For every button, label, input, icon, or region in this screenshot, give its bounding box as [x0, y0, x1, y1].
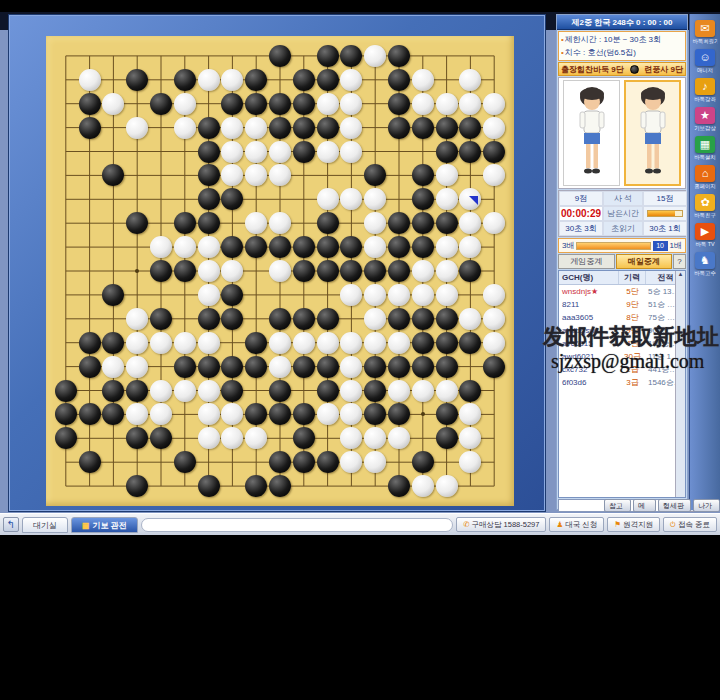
- white-stone: [245, 117, 267, 139]
- black-stone: [198, 141, 220, 163]
- black-stone: [79, 93, 101, 115]
- strip-icon: ♞: [695, 252, 715, 269]
- black-stone: [150, 308, 172, 330]
- black-stone: [150, 260, 172, 282]
- white-stone: [174, 380, 196, 402]
- speed-slider[interactable]: [576, 242, 650, 250]
- black-stone: [388, 117, 410, 139]
- black-stone: [79, 451, 101, 473]
- strip-icon-label: 바둑설치: [692, 153, 717, 160]
- black-stone: [412, 356, 434, 378]
- white-stone: [388, 332, 410, 354]
- black-stone: [269, 45, 291, 67]
- black-stone: [459, 117, 481, 139]
- last-move-marker-icon: [469, 196, 478, 205]
- black-stone: [412, 308, 434, 330]
- strip-icon: ▦: [695, 136, 715, 153]
- black-stone: [388, 69, 410, 91]
- game-info-box: •제한시간 : 10분 ~ 30초 3회 •치수 : 호선(덤6.5집): [558, 31, 686, 61]
- black-captures: 9점: [559, 191, 603, 206]
- black-stone: [293, 451, 315, 473]
- white-stone: [198, 236, 220, 258]
- white-stone: [436, 93, 458, 115]
- black-byoyomi: 30초 3회: [559, 221, 603, 236]
- strip-icon-label: 바둑친구: [692, 211, 717, 218]
- white-stone: [174, 117, 196, 139]
- right-icon-strip: ✉바둑회원가입☺매니저♪바둑강좌★기보감상▦바둑설치⌂홈페이지✿바둑친구▶바둑 …: [689, 14, 720, 510]
- white-stone: [436, 380, 458, 402]
- white-stone: [102, 93, 124, 115]
- black-stone: [293, 260, 315, 282]
- strip-item-바둑회원가입[interactable]: ✉바둑회원가입: [691, 20, 719, 45]
- board-tool-buttons: 참고도 메 뉴 형세판단 나가기: [604, 499, 720, 512]
- byoyomi-label: 초읽기: [603, 221, 643, 236]
- black-stone: [388, 475, 410, 497]
- black-stone: [293, 117, 315, 139]
- black-stone: [269, 475, 291, 497]
- col-name[interactable]: GCH(명): [559, 271, 619, 284]
- tab-lobby[interactable]: 대기실: [22, 517, 68, 533]
- black-stone: [79, 117, 101, 139]
- black-stone: [293, 427, 315, 449]
- user-name: wnsdnjs★: [559, 285, 619, 298]
- white-stone: [483, 332, 505, 354]
- strip-icon: ☺: [695, 49, 715, 66]
- white-byoyomi: 30초 1회: [643, 221, 687, 236]
- player-names-bar: 출장힘찬바둑 9단 련풍사 9단: [558, 62, 686, 76]
- white-stone: [198, 380, 220, 402]
- white-stone: [340, 332, 362, 354]
- strip-icon: ✿: [695, 194, 715, 211]
- strip-item-기보감상[interactable]: ★기보감상: [691, 107, 719, 132]
- black-stone: [198, 308, 220, 330]
- black-stone: [436, 308, 458, 330]
- white-stone: [269, 332, 291, 354]
- black-stone: [436, 427, 458, 449]
- black-stone: [436, 403, 458, 425]
- avatar-panel: [558, 77, 686, 189]
- white-stone: [436, 236, 458, 258]
- black-stone: [198, 212, 220, 234]
- white-stone: [269, 260, 291, 282]
- white-stone: [126, 117, 148, 139]
- black-stone: [245, 332, 267, 354]
- black-stone: [198, 188, 220, 210]
- watermark-email: sjzxsp@gmail.com: [551, 350, 704, 373]
- phone-icon: ✆: [463, 520, 469, 529]
- black-stone: [317, 308, 339, 330]
- remote-icon: ⚑: [614, 520, 621, 529]
- game-request-button[interactable]: ♟대국 신청: [549, 517, 604, 532]
- list-header: GCH(명) 기력 전적: [559, 271, 685, 285]
- black-stone: [55, 380, 77, 402]
- white-stone: [198, 403, 220, 425]
- user-name: 8211: [559, 298, 619, 311]
- speed-left-label: 3배: [562, 240, 574, 251]
- black-stone: [102, 380, 124, 402]
- strip-item-매니저[interactable]: ☺매니저: [691, 49, 719, 74]
- white-stone: [198, 332, 220, 354]
- strip-icon: ⌂: [695, 165, 715, 182]
- strip-icon-label: 바둑 TV: [692, 240, 717, 247]
- strip-icon: ★: [695, 107, 715, 124]
- stats-grid: 9점 사 석 15점 00:00:29 남은시간 30초 3회 초읽기 30초 …: [558, 190, 686, 237]
- black-stone: [388, 356, 410, 378]
- black-stone: [79, 356, 101, 378]
- white-stone: [174, 93, 196, 115]
- black-stone: [269, 93, 291, 115]
- strip-icon: ✉: [695, 20, 715, 37]
- white-timer-bar: [643, 206, 687, 221]
- white-stone: [126, 308, 148, 330]
- strip-item-바둑고수[interactable]: ♞바둑고수: [691, 252, 719, 277]
- black-stone: [317, 356, 339, 378]
- black-stone: [459, 380, 481, 402]
- remote-support-button[interactable]: ⚑원격지원: [607, 517, 660, 532]
- black-stone: [293, 69, 315, 91]
- black-stone: [436, 356, 458, 378]
- black-stone: [317, 380, 339, 402]
- user-list-row[interactable]: 6f03d63급1546승…: [559, 376, 685, 389]
- bullet-icon: •: [561, 48, 564, 57]
- timer-label: 남은시간: [603, 206, 643, 221]
- white-stone: [269, 356, 291, 378]
- bullet-icon: •: [561, 35, 564, 44]
- white-stone: [340, 380, 362, 402]
- black-stone: [198, 164, 220, 186]
- disconnect-button[interactable]: ⏻접속 종료: [663, 517, 717, 532]
- black-stone: [412, 332, 434, 354]
- black-stone: [388, 236, 410, 258]
- strip-icon-label: 바둑고수: [692, 269, 717, 276]
- black-stone: [269, 308, 291, 330]
- strip-icon-label: 매니저: [692, 66, 717, 73]
- support-phone: ✆구매상담 1588-5297: [456, 517, 546, 532]
- black-stone: [412, 117, 434, 139]
- strip-item-바둑강좌[interactable]: ♪바둑강좌: [691, 78, 719, 103]
- exit-button[interactable]: 나가기: [693, 499, 720, 512]
- board-tab-icon: ▦: [82, 521, 90, 530]
- black-stone: [221, 93, 243, 115]
- black-timer: 00:00:29: [559, 206, 603, 221]
- white-stone: [126, 332, 148, 354]
- white-stone: [150, 380, 172, 402]
- black-stone: [412, 236, 434, 258]
- white-stone: [150, 332, 172, 354]
- white-stone: [364, 284, 386, 306]
- tab-daily-relay[interactable]: 매일중계: [616, 254, 673, 269]
- speed-control: 3배 10 1배: [558, 238, 686, 253]
- black-stone: [269, 380, 291, 402]
- strip-icon-label: 기보감상: [692, 124, 717, 131]
- black-stone: [55, 427, 77, 449]
- black-stone: [174, 356, 196, 378]
- strip-icon: ♪: [695, 78, 715, 95]
- komi-rule: •치수 : 호선(덤6.5집): [561, 46, 683, 59]
- white-stone: [174, 236, 196, 258]
- black-stone: [221, 356, 243, 378]
- white-stone: [174, 332, 196, 354]
- black-stone: [269, 117, 291, 139]
- white-stone: [198, 427, 220, 449]
- user-list-row[interactable]: wnsdnjs★5단5승 13…: [559, 285, 685, 298]
- black-stone: [317, 212, 339, 234]
- col-rank[interactable]: 기력: [619, 271, 646, 284]
- white-stone: [364, 332, 386, 354]
- white-stone: [436, 284, 458, 306]
- white-stone: [79, 69, 101, 91]
- strip-item-바둑친구[interactable]: ✿바둑친구: [691, 194, 719, 219]
- black-stone: [79, 332, 101, 354]
- user-list-row[interactable]: 82119단51승 …: [559, 298, 685, 311]
- sidebar: 제2중 한국 248수 0 : 00 : 00 •제한시간 : 10분 ~ 30…: [556, 14, 688, 510]
- strip-icon-label: 바둑강좌: [692, 95, 717, 102]
- black-stone: [293, 141, 315, 163]
- black-stone: [293, 308, 315, 330]
- white-stone: [221, 117, 243, 139]
- white-stone: [412, 380, 434, 402]
- white-stone: [412, 260, 434, 282]
- black-stone: [412, 451, 434, 473]
- board-frame: [8, 14, 546, 512]
- strip-icon-label: 바둑회원가입: [692, 37, 717, 44]
- help-button[interactable]: ?: [673, 254, 686, 269]
- scroll-up-icon[interactable]: ▲: [676, 271, 685, 277]
- app-window: 제2중 한국 248수 0 : 00 : 00 •제한시간 : 10분 ~ 30…: [0, 12, 720, 535]
- speed-right-label: 1배: [670, 240, 682, 251]
- white-stone: [340, 356, 362, 378]
- black-stone: [174, 451, 196, 473]
- black-stone: [436, 332, 458, 354]
- white-stone: [293, 332, 315, 354]
- black-stone: [364, 380, 386, 402]
- strip-icon-label: 홈페이지: [692, 182, 717, 189]
- white-avatar-card[interactable]: [624, 80, 681, 186]
- taskbar: ↰ 대기실 ▦기보 관전 ✆구매상담 1588-5297 ♟대국 신청 ⚑원격지…: [0, 513, 720, 535]
- white-stone: [412, 93, 434, 115]
- white-stone: [436, 164, 458, 186]
- white-stone: [198, 69, 220, 91]
- black-stone: [459, 332, 481, 354]
- white-stone: [364, 45, 386, 67]
- black-stone: [483, 356, 505, 378]
- user-list-panel: GCH(명) 기력 전적 wnsdnjs★5단5승 13…82119단51승 ……: [558, 270, 686, 498]
- black-stone: [317, 260, 339, 282]
- black-stone: [126, 69, 148, 91]
- black-stone: [412, 212, 434, 234]
- white-player-name: 련풍사 9단: [644, 64, 683, 75]
- black-stone: [174, 69, 196, 91]
- black-stone: [150, 93, 172, 115]
- white-stone: [221, 141, 243, 163]
- black-stone: [412, 188, 434, 210]
- black-stone: [317, 69, 339, 91]
- black-stone: [436, 117, 458, 139]
- black-stone: [388, 260, 410, 282]
- white-stone: [126, 356, 148, 378]
- black-stone: [269, 236, 291, 258]
- white-stone: [364, 308, 386, 330]
- white-stone: [388, 380, 410, 402]
- strip-icon: ▶: [695, 223, 715, 240]
- white-stone: [483, 308, 505, 330]
- black-stone: [293, 93, 315, 115]
- go-board[interactable]: [46, 36, 514, 506]
- white-stone: [150, 236, 172, 258]
- white-stone: [340, 141, 362, 163]
- white-stone: [198, 284, 220, 306]
- black-stone: [245, 93, 267, 115]
- avatar: [631, 85, 675, 181]
- white-stone: [483, 284, 505, 306]
- sidebar-tabs: 게임중계 매일중계 ?: [558, 254, 686, 269]
- white-stone: [483, 117, 505, 139]
- time-rule: •제한시간 : 10분 ~ 30초 3회: [561, 33, 683, 46]
- white-stone: [388, 284, 410, 306]
- black-stone: [198, 356, 220, 378]
- user-rank: 5단: [619, 285, 646, 298]
- list-scrollbar[interactable]: ▲: [675, 271, 685, 497]
- menu-button[interactable]: 메 뉴: [633, 499, 656, 512]
- white-stone: [317, 141, 339, 163]
- disconnect-icon: ⏻: [670, 520, 676, 529]
- strip-item-바둑설치[interactable]: ▦바둑설치: [691, 136, 719, 161]
- black-stone: [174, 212, 196, 234]
- white-captures: 15점: [643, 191, 687, 206]
- white-stone: [317, 93, 339, 115]
- black-stone: [221, 380, 243, 402]
- back-arrow-icon[interactable]: ↰: [3, 517, 19, 532]
- captures-label: 사 석: [603, 191, 643, 206]
- speed-value: 10: [653, 241, 668, 251]
- black-player-name: 출장힘찬바둑 9단: [561, 64, 624, 75]
- black-stone: [245, 69, 267, 91]
- black-stone: [293, 356, 315, 378]
- white-stone: [317, 188, 339, 210]
- white-stone: [459, 93, 481, 115]
- user-rank: 3급: [619, 376, 646, 389]
- white-stone: [412, 475, 434, 497]
- white-stone: [436, 475, 458, 497]
- black-stone: [388, 45, 410, 67]
- white-stone: [436, 260, 458, 282]
- black-stone: [317, 117, 339, 139]
- black-stone: [245, 356, 267, 378]
- black-stone: [102, 332, 124, 354]
- white-stone: [245, 141, 267, 163]
- white-stone: [340, 93, 362, 115]
- score-estimate-button[interactable]: 형세판단: [658, 499, 691, 512]
- black-stone: [126, 380, 148, 402]
- black-stone: [436, 141, 458, 163]
- taskbar-spacer: [141, 518, 453, 532]
- black-stone: [174, 260, 196, 282]
- watermark-chinese: 发邮件获取新地址: [543, 322, 719, 352]
- white-stone: [340, 117, 362, 139]
- black-stone: [79, 403, 101, 425]
- black-stone: [483, 141, 505, 163]
- black-stone: [293, 236, 315, 258]
- white-stone: [317, 403, 339, 425]
- game-title-bar: 제2중 한국 248수 0 : 00 : 00: [557, 15, 687, 30]
- black-stone: [198, 117, 220, 139]
- white-stone: [317, 332, 339, 354]
- black-avatar-card[interactable]: [563, 80, 620, 186]
- black-stone: [388, 308, 410, 330]
- strip-item-바둑 TV[interactable]: ▶바둑 TV: [691, 223, 719, 248]
- tab-game-watch[interactable]: ▦기보 관전: [71, 517, 138, 533]
- black-stone-icon: [630, 65, 639, 74]
- strip-item-홈페이지[interactable]: ⌂홈페이지: [691, 165, 719, 190]
- black-stone: [364, 356, 386, 378]
- avatar: [570, 85, 614, 181]
- time-progress-bar: [647, 210, 683, 217]
- white-stone: [483, 93, 505, 115]
- black-stone: [436, 212, 458, 234]
- white-stone: [412, 69, 434, 91]
- black-stone: [388, 93, 410, 115]
- white-stone: [198, 260, 220, 282]
- user-name: 6f03d6: [559, 376, 619, 389]
- white-stone: [436, 188, 458, 210]
- black-stone: [198, 475, 220, 497]
- black-stone: [317, 236, 339, 258]
- white-stone: [269, 141, 291, 163]
- white-stone: [412, 284, 434, 306]
- request-icon: ♟: [556, 520, 563, 529]
- white-stone: [102, 356, 124, 378]
- black-stone: [317, 451, 339, 473]
- tab-game-relay[interactable]: 게임중계: [558, 254, 615, 269]
- reference-diagram-button[interactable]: 참고도: [604, 499, 631, 512]
- black-stone: [317, 45, 339, 67]
- black-stone: [459, 141, 481, 163]
- user-rank: 9단: [619, 298, 646, 311]
